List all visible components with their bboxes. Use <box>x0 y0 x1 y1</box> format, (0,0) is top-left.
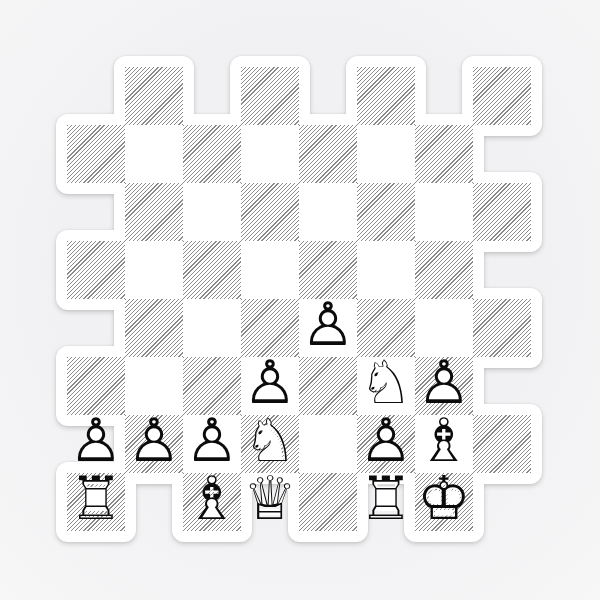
square-c1: ♝♗ <box>183 473 241 531</box>
white-pawn-fill: ♟ <box>184 413 239 470</box>
white-knight-fill: ♞ <box>358 355 413 412</box>
white-bishop: ♗ <box>183 468 241 528</box>
white-pawn: ♙ <box>125 410 183 470</box>
square-b2: ♟♙ <box>125 415 183 473</box>
square-e4: ♟♙ <box>299 299 357 357</box>
white-pawn-fill: ♟ <box>126 413 181 470</box>
square-g3: ♟♙ <box>415 357 473 415</box>
square-f3: ♞♘ <box>357 357 415 415</box>
white-pawn: ♙ <box>415 352 473 412</box>
square-a6 <box>67 183 125 241</box>
square-b8 <box>125 67 183 125</box>
square-h1 <box>473 473 531 531</box>
white-pawn: ♙ <box>357 410 415 470</box>
square-g4 <box>415 299 473 357</box>
square-g6 <box>415 183 473 241</box>
square-h6 <box>473 183 531 241</box>
white-knight-fill: ♞ <box>242 413 297 470</box>
square-f1: ♜♖ <box>357 473 415 531</box>
white-rook-fill: ♜ <box>358 471 413 528</box>
square-g8 <box>415 67 473 125</box>
white-rook: ♖ <box>67 468 125 528</box>
square-e5 <box>299 241 357 299</box>
square-d6 <box>241 183 299 241</box>
white-pawn-fill: ♟ <box>300 297 355 354</box>
white-bishop-fill: ♝ <box>184 471 239 528</box>
square-d4 <box>241 299 299 357</box>
square-b3 <box>125 357 183 415</box>
white-rook-fill: ♜ <box>68 471 123 528</box>
square-h7 <box>473 125 531 183</box>
square-f7 <box>357 125 415 183</box>
square-b5 <box>125 241 183 299</box>
white-bishop: ♗ <box>415 410 473 470</box>
square-a4 <box>67 299 125 357</box>
square-a5 <box>67 241 125 299</box>
square-h8 <box>473 67 531 125</box>
white-king-fill: ♚ <box>416 471 471 528</box>
square-d5 <box>241 241 299 299</box>
square-g1: ♚♔ <box>415 473 473 531</box>
square-a7 <box>67 125 125 183</box>
square-e1 <box>299 473 357 531</box>
square-b4 <box>125 299 183 357</box>
square-f2: ♟♙ <box>357 415 415 473</box>
square-h5 <box>473 241 531 299</box>
square-g5 <box>415 241 473 299</box>
square-d2: ♞♘ <box>241 415 299 473</box>
square-a1: ♜♖ <box>67 473 125 531</box>
square-h2 <box>473 415 531 473</box>
square-f6 <box>357 183 415 241</box>
square-h3 <box>473 357 531 415</box>
square-b7 <box>125 125 183 183</box>
white-pawn: ♙ <box>241 352 299 412</box>
square-a2: ♟♙ <box>67 415 125 473</box>
square-e6 <box>299 183 357 241</box>
square-g2: ♝♗ <box>415 415 473 473</box>
white-pawn: ♙ <box>299 294 357 354</box>
square-b6 <box>125 183 183 241</box>
white-pawn-fill: ♟ <box>358 413 413 470</box>
square-e7 <box>299 125 357 183</box>
square-b1 <box>125 473 183 531</box>
square-c6 <box>183 183 241 241</box>
white-king: ♔ <box>415 468 473 528</box>
square-c5 <box>183 241 241 299</box>
square-c2: ♟♙ <box>183 415 241 473</box>
square-g7 <box>415 125 473 183</box>
white-knight: ♘ <box>241 410 299 470</box>
square-d3: ♟♙ <box>241 357 299 415</box>
white-queen-fill: ♛ <box>242 471 297 528</box>
white-pawn: ♙ <box>183 410 241 470</box>
square-e8 <box>299 67 357 125</box>
white-queen: ♕ <box>241 468 299 528</box>
square-a3 <box>67 357 125 415</box>
white-knight: ♘ <box>357 352 415 412</box>
square-c3 <box>183 357 241 415</box>
white-pawn-fill: ♟ <box>242 355 297 412</box>
chess-board: ♟♙♟♙♞♘♟♙♟♙♟♙♟♙♞♘♟♙♝♗♜♖♝♗♛♕♜♖♚♔ <box>67 67 531 531</box>
square-d8 <box>241 67 299 125</box>
square-e3 <box>299 357 357 415</box>
square-f4 <box>357 299 415 357</box>
white-pawn-fill: ♟ <box>416 355 471 412</box>
square-f8 <box>357 67 415 125</box>
white-rook: ♖ <box>357 468 415 528</box>
square-c7 <box>183 125 241 183</box>
square-a8 <box>67 67 125 125</box>
square-c8 <box>183 67 241 125</box>
white-pawn: ♙ <box>67 410 125 470</box>
square-f5 <box>357 241 415 299</box>
square-d1: ♛♕ <box>241 473 299 531</box>
square-d7 <box>241 125 299 183</box>
white-bishop-fill: ♝ <box>416 413 471 470</box>
sticker-product-image: ♟♙♟♙♞♘♟♙♟♙♟♙♟♙♞♘♟♙♝♗♜♖♝♗♛♕♜♖♚♔ <box>0 0 600 600</box>
square-h4 <box>473 299 531 357</box>
square-c4 <box>183 299 241 357</box>
white-pawn-fill: ♟ <box>68 413 123 470</box>
square-e2 <box>299 415 357 473</box>
